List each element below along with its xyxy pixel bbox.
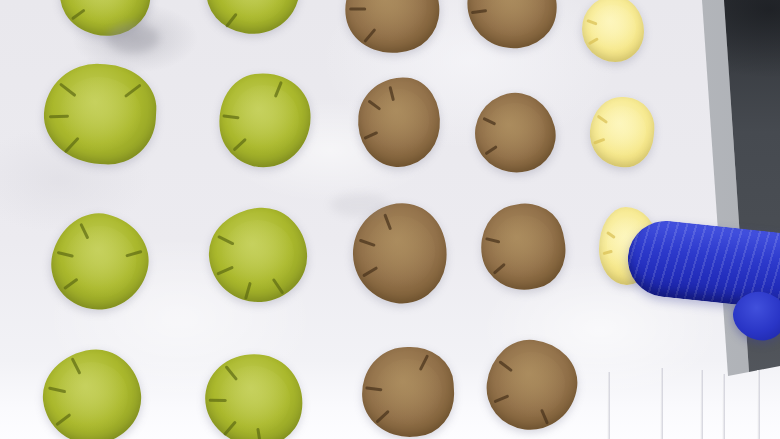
dough-crack	[216, 266, 233, 276]
dough-crack	[367, 100, 381, 111]
dough-crack	[586, 19, 597, 25]
dough-crack	[493, 263, 506, 275]
paper-crease	[607, 372, 610, 439]
dough-ball-yellow	[587, 94, 657, 169]
dough-crack	[485, 238, 500, 244]
dough-ball-brown	[459, 0, 564, 56]
dough-crack	[540, 409, 549, 425]
dough-crack	[124, 84, 141, 98]
dough-crack	[383, 214, 391, 231]
dough-crack	[79, 223, 89, 239]
paper-smudge	[107, 23, 159, 53]
dough-ball-yellow	[582, 0, 644, 62]
dough-crack	[376, 410, 390, 423]
dough-ball-green	[197, 345, 311, 439]
dough-crack	[71, 358, 81, 375]
dough-crack	[349, 8, 366, 10]
dough-crack	[244, 282, 251, 300]
dough-ball-green	[213, 67, 317, 173]
dough-crack	[364, 28, 377, 43]
dough-crack	[57, 251, 74, 258]
dough-crack	[498, 361, 512, 373]
dough-crack	[223, 421, 237, 436]
dough-crack	[217, 235, 234, 245]
dough-crack	[485, 145, 498, 155]
dough-crack	[48, 387, 66, 393]
baking-tray-photo	[0, 0, 780, 439]
paper-crease	[660, 368, 663, 439]
dough-ball-brown	[467, 85, 564, 182]
dough-crack	[603, 250, 613, 255]
dough-crack	[364, 131, 379, 139]
dough-crack	[597, 115, 608, 124]
dough-ball-brown	[354, 73, 445, 171]
dough-crack	[494, 395, 510, 404]
dough-crack	[224, 365, 237, 381]
dough-crack	[419, 354, 429, 370]
dough-crack	[359, 239, 376, 247]
dough-crack	[257, 428, 262, 439]
dough-crack	[365, 387, 382, 392]
dough-ball-green	[206, 205, 310, 306]
dough-crack	[71, 9, 85, 20]
dough-crack	[272, 278, 284, 294]
paper-crease	[700, 370, 703, 439]
dough-ball-green	[202, 0, 305, 40]
paper-smudge	[330, 193, 390, 217]
dough-crack	[388, 86, 394, 101]
dough-ball-brown	[360, 345, 457, 439]
dough-ball-green	[38, 344, 147, 439]
dough-ball-green	[42, 204, 158, 320]
dough-crack	[49, 115, 69, 118]
dough-crack	[482, 117, 496, 125]
dough-crack	[606, 231, 616, 239]
dough-crack	[274, 81, 283, 98]
dough-ball-brown	[474, 197, 573, 297]
dough-ball-brown	[338, 0, 446, 60]
paper-crease	[757, 370, 760, 439]
dough-crack	[125, 250, 142, 257]
paper-crease	[722, 374, 725, 439]
dough-crack	[55, 413, 71, 426]
dough-crack	[471, 9, 487, 14]
dough-crack	[64, 137, 79, 153]
dough-crack	[225, 13, 237, 28]
dough-ball-brown	[482, 335, 582, 435]
dough-crack	[209, 399, 227, 402]
dough-crack	[59, 83, 76, 97]
dough-crack	[593, 138, 605, 144]
dough-crack	[588, 38, 599, 46]
dough-crack	[222, 115, 239, 120]
dough-ball-green	[41, 61, 158, 167]
dough-crack	[233, 138, 247, 151]
dough-crack	[362, 267, 378, 278]
dough-crack	[63, 278, 78, 290]
